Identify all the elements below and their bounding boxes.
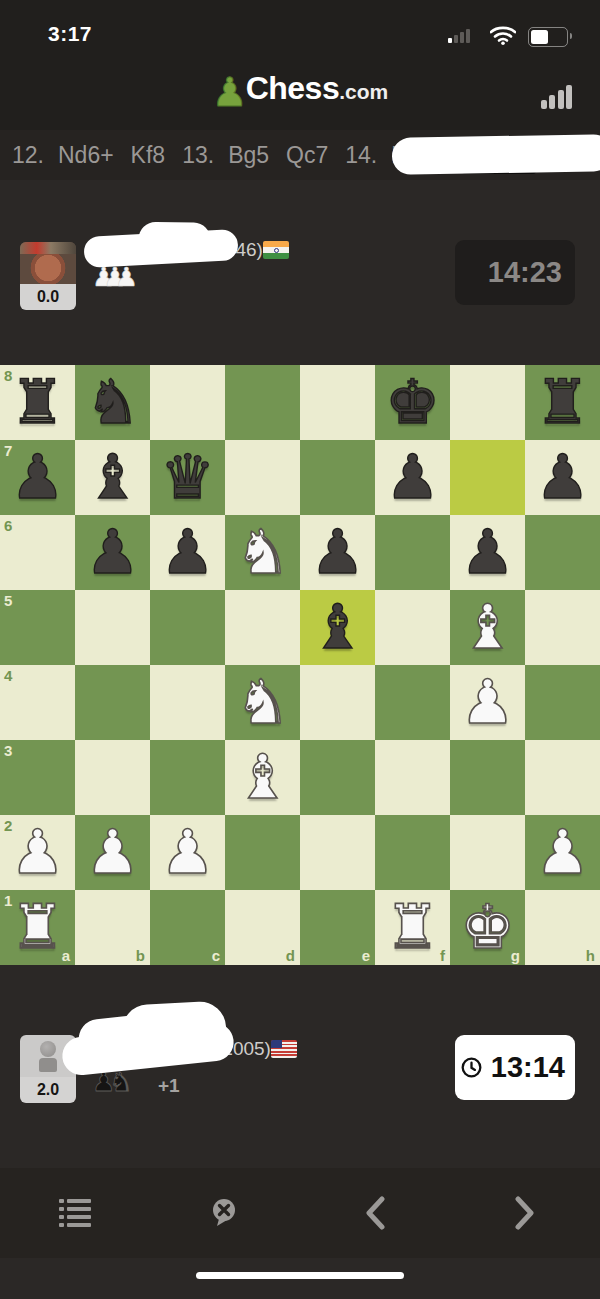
- usa-flag-icon: [271, 1040, 297, 1058]
- square-e1[interactable]: e: [300, 890, 375, 965]
- square-a6[interactable]: 6: [0, 515, 75, 590]
- square-a5[interactable]: 5: [0, 590, 75, 665]
- square-b1[interactable]: b: [75, 890, 150, 965]
- chesscom-logo: ♟Chess.com: [0, 69, 600, 115]
- redaction-scribble-moves: [392, 134, 600, 175]
- black-pawn-e6: ♟: [300, 515, 375, 588]
- black-pawn-f7: ♟: [375, 440, 450, 513]
- rank-label: 1: [4, 892, 12, 909]
- square-b5[interactable]: [75, 590, 150, 665]
- top-player-avatar[interactable]: 0.0: [20, 242, 76, 310]
- black-knight-b8: ♞: [75, 365, 150, 438]
- square-e3[interactable]: [300, 740, 375, 815]
- move-item[interactable]: Bg5: [228, 142, 269, 169]
- square-f4[interactable]: [375, 665, 450, 740]
- top-player-photo: [20, 242, 76, 284]
- app-header: 3:17 ♟Chess.com: [0, 0, 600, 130]
- chat-disabled-button[interactable]: [195, 1183, 255, 1243]
- square-h2[interactable]: ♟: [525, 815, 600, 890]
- file-label: b: [136, 947, 145, 964]
- chess-board: 8♜♞♚♜7♟♝♛♟♟6♟♟♞♟♟5♝♝4♞♟3♝2♟♟♟♟1a♜bcdef♜g…: [0, 365, 600, 965]
- status-bar: 3:17: [0, 0, 600, 55]
- white-bishop-d3: ♝: [225, 740, 300, 813]
- white-knight-d6: ♞: [225, 515, 300, 588]
- square-a4[interactable]: 4: [0, 665, 75, 740]
- black-king-f8: ♚: [375, 365, 450, 438]
- captured-white-pawn: ♟: [115, 262, 138, 292]
- file-label: g: [511, 947, 520, 964]
- square-g1[interactable]: g♚: [450, 890, 525, 965]
- square-b8[interactable]: ♞: [75, 365, 150, 440]
- black-queen-c7: ♛: [150, 440, 225, 513]
- white-knight-d4: ♞: [225, 665, 300, 738]
- square-e4[interactable]: [300, 665, 375, 740]
- square-f1[interactable]: f♜: [375, 890, 450, 965]
- file-label: f: [440, 947, 445, 964]
- bottom-player-clock-time: 13:14: [491, 1051, 565, 1084]
- black-pawn-c6: ♟: [150, 515, 225, 588]
- rank-label: 4: [4, 667, 12, 684]
- square-b4[interactable]: [75, 665, 150, 740]
- square-d2[interactable]: [225, 815, 300, 890]
- move-list-button[interactable]: [45, 1183, 105, 1243]
- rank-label: 7: [4, 442, 12, 459]
- square-g6[interactable]: ♟: [450, 515, 525, 590]
- move-item[interactable]: Qc7: [286, 142, 328, 169]
- rank-label: 6: [4, 517, 12, 534]
- file-label: e: [362, 947, 370, 964]
- file-label: h: [586, 947, 595, 964]
- material-advantage: +1: [158, 1075, 180, 1097]
- square-a2[interactable]: 2♟: [0, 815, 75, 890]
- square-a3[interactable]: 3: [0, 740, 75, 815]
- square-b7[interactable]: ♝: [75, 440, 150, 515]
- square-c1[interactable]: c: [150, 890, 225, 965]
- black-bishop-b7: ♝: [75, 440, 150, 513]
- next-move-button[interactable]: [495, 1183, 555, 1243]
- white-pawn-h2: ♟: [525, 815, 600, 888]
- previous-move-button[interactable]: [345, 1183, 405, 1243]
- square-f7[interactable]: ♟: [375, 440, 450, 515]
- square-f8[interactable]: ♚: [375, 365, 450, 440]
- bottom-player-score-badge: 2.0: [20, 1077, 76, 1103]
- pawn-logo-icon: ♟: [212, 69, 248, 115]
- square-f2[interactable]: [375, 815, 450, 890]
- move-number: 14.: [345, 142, 377, 169]
- square-a7[interactable]: 7♟: [0, 440, 75, 515]
- status-time: 3:17: [48, 22, 92, 46]
- file-label: c: [212, 947, 220, 964]
- square-h7[interactable]: ♟: [525, 440, 600, 515]
- square-e7[interactable]: [300, 440, 375, 515]
- top-player-row: 0.0 (1046) ♟♟♟ 14:23: [0, 180, 600, 365]
- rank-label: 5: [4, 592, 12, 609]
- square-f6[interactable]: [375, 515, 450, 590]
- square-d7[interactable]: [225, 440, 300, 515]
- top-player-score-badge: 0.0: [20, 284, 76, 310]
- clock-icon: [460, 1056, 483, 1079]
- white-pawn-c2: ♟: [150, 815, 225, 888]
- black-pawn-h7: ♟: [525, 440, 600, 513]
- square-c8[interactable]: [150, 365, 225, 440]
- square-a1[interactable]: 1a♜: [0, 890, 75, 965]
- move-number: 12.: [12, 142, 44, 169]
- square-b3[interactable]: [75, 740, 150, 815]
- square-a8[interactable]: 8♜: [0, 365, 75, 440]
- square-f3[interactable]: [375, 740, 450, 815]
- move-number: 13.: [182, 142, 214, 169]
- black-pawn-b6: ♟: [75, 515, 150, 588]
- square-g3[interactable]: [450, 740, 525, 815]
- rank-label: 2: [4, 817, 12, 834]
- square-e6[interactable]: ♟: [300, 515, 375, 590]
- square-h5[interactable]: [525, 590, 600, 665]
- square-b2[interactable]: ♟: [75, 815, 150, 890]
- file-label: d: [286, 947, 295, 964]
- connection-strength-icon: [541, 85, 573, 109]
- white-bishop-g5: ♝: [450, 590, 525, 663]
- square-c3[interactable]: [150, 740, 225, 815]
- cellular-signal-icon: [448, 28, 470, 43]
- move-item[interactable]: Kf8: [131, 142, 166, 169]
- top-player-clock: 14:23: [455, 240, 575, 305]
- bottom-nav-bar: [0, 1168, 600, 1258]
- rank-label: 3: [4, 742, 12, 759]
- file-label: a: [62, 947, 70, 964]
- battery-icon: [528, 27, 568, 47]
- square-f5[interactable]: [375, 590, 450, 665]
- black-bishop-e5: ♝: [300, 590, 375, 663]
- square-d5[interactable]: [225, 590, 300, 665]
- white-rook-f1: ♜: [375, 890, 450, 963]
- square-c7[interactable]: ♛: [150, 440, 225, 515]
- square-b6[interactable]: ♟: [75, 515, 150, 590]
- square-h4[interactable]: [525, 665, 600, 740]
- square-d3[interactable]: ♝: [225, 740, 300, 815]
- square-e5[interactable]: ♝: [300, 590, 375, 665]
- square-h1[interactable]: h: [525, 890, 600, 965]
- square-g2[interactable]: [450, 815, 525, 890]
- black-pawn-g6: ♟: [450, 515, 525, 588]
- square-c4[interactable]: [150, 665, 225, 740]
- white-pawn-g4: ♟: [450, 665, 525, 738]
- square-g4[interactable]: ♟: [450, 665, 525, 740]
- square-g7[interactable]: [450, 440, 525, 515]
- rank-label: 8: [4, 367, 12, 384]
- wifi-icon: [490, 26, 516, 49]
- square-e2[interactable]: [300, 815, 375, 890]
- square-h6[interactable]: [525, 515, 600, 590]
- move-item[interactable]: Nd6+: [58, 142, 114, 169]
- square-d8[interactable]: [225, 365, 300, 440]
- square-e8[interactable]: [300, 365, 375, 440]
- square-d4[interactable]: ♞: [225, 665, 300, 740]
- square-c5[interactable]: [150, 590, 225, 665]
- square-d1[interactable]: d: [225, 890, 300, 965]
- square-g8[interactable]: [450, 365, 525, 440]
- home-strip: [0, 1258, 600, 1299]
- square-d6[interactable]: ♞: [225, 515, 300, 590]
- square-g5[interactable]: ♝: [450, 590, 525, 665]
- square-c6[interactable]: ♟: [150, 515, 225, 590]
- home-indicator[interactable]: [196, 1272, 404, 1279]
- white-pawn-b2: ♟: [75, 815, 150, 888]
- square-h8[interactable]: ♜: [525, 365, 600, 440]
- square-h3[interactable]: [525, 740, 600, 815]
- black-rook-h8: ♜: [525, 365, 600, 438]
- india-flag-icon: [263, 241, 289, 259]
- square-c2[interactable]: ♟: [150, 815, 225, 890]
- logo-row: ♟Chess.com: [0, 55, 600, 130]
- bottom-player-clock: 13:14: [455, 1035, 575, 1100]
